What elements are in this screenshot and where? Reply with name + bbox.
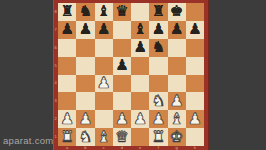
square-b2[interactable]: ♟ <box>76 110 94 128</box>
file-label-d: d <box>113 146 131 150</box>
square-a6[interactable] <box>58 39 76 57</box>
square-a1[interactable]: ♜ <box>58 128 76 146</box>
white-rook-icon: ♜ <box>152 129 165 144</box>
square-b3[interactable] <box>76 92 94 110</box>
black-king-icon: ♚ <box>170 4 183 19</box>
white-pawn-icon: ♟ <box>133 111 146 126</box>
file-label-h: h <box>186 146 204 150</box>
square-d4[interactable] <box>113 75 131 93</box>
black-bishop-icon: ♝ <box>133 22 146 37</box>
file-label-c: c <box>95 146 113 150</box>
square-b8[interactable]: ♞ <box>76 3 94 21</box>
square-h5[interactable] <box>186 57 204 75</box>
square-f3[interactable]: ♞ <box>149 92 167 110</box>
square-h7[interactable]: ♟ <box>186 21 204 39</box>
square-d7[interactable] <box>113 21 131 39</box>
file-label-b: b <box>76 146 94 150</box>
square-d6[interactable] <box>113 39 131 57</box>
square-d1[interactable]: ♛ <box>113 128 131 146</box>
square-e7[interactable]: ♝ <box>131 21 149 39</box>
square-h8[interactable] <box>186 3 204 21</box>
square-g2[interactable]: ♝ <box>168 110 186 128</box>
white-pawn-icon: ♟ <box>60 111 73 126</box>
square-f6[interactable]: ♞ <box>149 39 167 57</box>
file-label-g: g <box>168 146 186 150</box>
white-pawn-icon: ♟ <box>152 111 165 126</box>
board-grid: ♜♞♝♛♜♚♟♟♟♝♟♟♟♟♞♟♟♞♟♟♟♟♟♟♝♟♜♞♝♛♜♚ <box>58 3 204 146</box>
square-c6[interactable] <box>95 39 113 57</box>
square-e3[interactable] <box>131 92 149 110</box>
square-b7[interactable]: ♟ <box>76 21 94 39</box>
file-label-f: f <box>149 146 167 150</box>
square-c2[interactable] <box>95 110 113 128</box>
white-knight-icon: ♞ <box>79 129 92 144</box>
white-pawn-icon: ♟ <box>97 75 110 90</box>
black-pawn-icon: ♟ <box>97 22 110 37</box>
square-d3[interactable] <box>113 92 131 110</box>
white-king-icon: ♚ <box>170 129 183 144</box>
square-g7[interactable]: ♟ <box>168 21 186 39</box>
square-b4[interactable] <box>76 75 94 93</box>
square-a3[interactable] <box>58 92 76 110</box>
square-e5[interactable] <box>131 57 149 75</box>
square-c7[interactable]: ♟ <box>95 21 113 39</box>
black-queen-icon: ♛ <box>115 4 128 19</box>
square-f4[interactable] <box>149 75 167 93</box>
square-h1[interactable] <box>186 128 204 146</box>
square-c4[interactable]: ♟ <box>95 75 113 93</box>
square-e2[interactable]: ♟ <box>131 110 149 128</box>
white-rook-icon: ♜ <box>60 129 73 144</box>
square-g6[interactable] <box>168 39 186 57</box>
white-bishop-icon: ♝ <box>170 111 183 126</box>
square-a7[interactable]: ♟ <box>58 21 76 39</box>
square-b1[interactable]: ♞ <box>76 128 94 146</box>
black-pawn-icon: ♟ <box>188 22 201 37</box>
square-f7[interactable]: ♟ <box>149 21 167 39</box>
white-queen-icon: ♛ <box>115 129 128 144</box>
square-b6[interactable] <box>76 39 94 57</box>
square-e8[interactable] <box>131 3 149 21</box>
square-a5[interactable] <box>58 57 76 75</box>
black-pawn-icon: ♟ <box>170 22 183 37</box>
square-g4[interactable] <box>168 75 186 93</box>
black-knight-icon: ♞ <box>79 4 92 19</box>
white-pawn-icon: ♟ <box>79 111 92 126</box>
square-h6[interactable] <box>186 39 204 57</box>
square-c3[interactable] <box>95 92 113 110</box>
square-a8[interactable]: ♜ <box>58 3 76 21</box>
black-pawn-icon: ♟ <box>115 58 128 73</box>
square-h4[interactable] <box>186 75 204 93</box>
black-pawn-icon: ♟ <box>60 22 73 37</box>
file-label-e: e <box>131 146 149 150</box>
square-f1[interactable]: ♜ <box>149 128 167 146</box>
square-e4[interactable] <box>131 75 149 93</box>
white-pawn-icon: ♟ <box>170 93 183 108</box>
black-pawn-icon: ♟ <box>133 40 146 55</box>
square-g8[interactable]: ♚ <box>168 3 186 21</box>
square-g1[interactable]: ♚ <box>168 128 186 146</box>
square-g5[interactable] <box>168 57 186 75</box>
square-b5[interactable] <box>76 57 94 75</box>
square-h3[interactable] <box>186 92 204 110</box>
black-pawn-icon: ♟ <box>152 22 165 37</box>
black-pawn-icon: ♟ <box>79 22 92 37</box>
square-d8[interactable]: ♛ <box>113 3 131 21</box>
white-knight-icon: ♞ <box>152 93 165 108</box>
square-d5[interactable]: ♟ <box>113 57 131 75</box>
black-bishop-icon: ♝ <box>97 4 110 19</box>
square-c8[interactable]: ♝ <box>95 3 113 21</box>
white-bishop-icon: ♝ <box>97 129 110 144</box>
file-labels: abcdefgh <box>58 146 204 150</box>
black-knight-icon: ♞ <box>152 40 165 55</box>
square-e1[interactable] <box>131 128 149 146</box>
chess-board: 87654321 abcdefgh ♜♞♝♛♜♚♟♟♟♝♟♟♟♟♞♟♟♞♟♟♟♟… <box>53 0 210 150</box>
black-rook-icon: ♜ <box>152 4 165 19</box>
video-frame: aparat.com/Lchess 87654321 abcdefgh ♜♞♝♛… <box>0 0 266 150</box>
square-f2[interactable]: ♟ <box>149 110 167 128</box>
square-g3[interactable]: ♟ <box>168 92 186 110</box>
square-a2[interactable]: ♟ <box>58 110 76 128</box>
file-label-a: a <box>58 146 76 150</box>
square-c1[interactable]: ♝ <box>95 128 113 146</box>
square-d2[interactable]: ♟ <box>113 110 131 128</box>
white-pawn-icon: ♟ <box>188 111 201 126</box>
square-e6[interactable]: ♟ <box>131 39 149 57</box>
square-c5[interactable] <box>95 57 113 75</box>
square-f8[interactable]: ♜ <box>149 3 167 21</box>
white-pawn-icon: ♟ <box>115 111 128 126</box>
square-a4[interactable] <box>58 75 76 93</box>
square-h2[interactable]: ♟ <box>186 110 204 128</box>
black-rook-icon: ♜ <box>60 4 73 19</box>
square-f5[interactable] <box>149 57 167 75</box>
